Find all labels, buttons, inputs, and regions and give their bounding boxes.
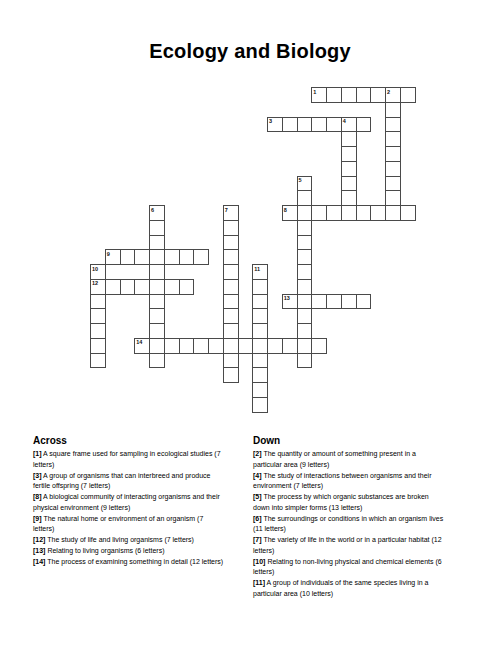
clue-13: [13] Relating to living organisms (6 let…	[33, 546, 225, 557]
grid-cell-r17c10[interactable]	[238, 338, 254, 354]
puzzle-title: Ecology and Biology	[0, 40, 500, 63]
grid-cell-r18c9[interactable]	[223, 353, 239, 369]
grid-cell-r0c21[interactable]	[400, 87, 416, 103]
grid-cell-r12c9[interactable]	[223, 264, 239, 280]
across-column: Across [1] A square frame used for sampl…	[33, 435, 225, 567]
clue-11: [11] A group of individuals of the same …	[253, 578, 445, 600]
grid-cell-r8c20[interactable]	[385, 205, 401, 221]
grid-cell-r0c17[interactable]	[341, 87, 357, 103]
grid-cell-r16c0[interactable]	[90, 323, 106, 339]
cell-number-14: 14	[136, 339, 142, 345]
crossword-page: Ecology and Biology 1234567891011121314 …	[0, 0, 500, 647]
grid-cell-r6c20[interactable]	[385, 176, 401, 192]
grid-cell-r18c11[interactable]	[252, 353, 268, 369]
grid-cell-r14c18[interactable]	[356, 294, 372, 310]
grid-cell-r16c4[interactable]	[149, 323, 165, 339]
clue-8: [8] A biological community of interactin…	[33, 492, 225, 514]
grid-cell-r8c14[interactable]	[297, 205, 313, 221]
cell-number-4: 4	[343, 118, 346, 124]
grid-cell-r17c13[interactable]	[282, 338, 298, 354]
grid-cell-r16c11[interactable]	[252, 323, 268, 339]
grid-cell-r4c20[interactable]	[385, 146, 401, 162]
grid-cell-r10c4[interactable]	[149, 235, 165, 251]
grid-cell-r11c3[interactable]	[134, 249, 150, 265]
clue-12: [12] The study of life and living organi…	[33, 535, 225, 546]
grid-cell-r17c11[interactable]	[252, 338, 268, 354]
clue-1: [1] A square frame used for sampling in …	[33, 449, 225, 471]
grid-cell-r19c9[interactable]	[223, 367, 239, 383]
grid-cell-r11c9[interactable]	[223, 249, 239, 265]
grid-cell-r15c4[interactable]	[149, 308, 165, 324]
cell-number-9: 9	[107, 251, 110, 257]
grid-cell-r15c14[interactable]	[297, 308, 313, 324]
grid-cell-r11c14[interactable]	[297, 249, 313, 265]
grid-cell-r2c13[interactable]	[282, 117, 298, 133]
grid-cell-r9c14[interactable]	[297, 220, 313, 236]
grid-cell-r9c4[interactable]	[149, 220, 165, 236]
grid-cell-r11c7[interactable]	[193, 249, 209, 265]
cell-number-2: 2	[387, 89, 390, 95]
grid-cell-r8c15[interactable]	[311, 205, 327, 221]
grid-cell-r0c15[interactable]: 1	[311, 87, 327, 103]
down-clue-list: [2] The quantity or amount of something …	[253, 449, 445, 600]
grid-cell-r18c0[interactable]	[90, 353, 106, 369]
grid-cell-r16c9[interactable]	[223, 323, 239, 339]
grid-cell-r12c0[interactable]: 10	[90, 264, 106, 280]
clue-14: [14] The process of examining something …	[33, 557, 225, 568]
grid-cell-r3c17[interactable]	[341, 131, 357, 147]
clue-7: [7] The variety of life in the world or …	[253, 535, 445, 557]
grid-cell-r11c5[interactable]	[164, 249, 180, 265]
clue-6: [6] The surroundings or conditions in wh…	[253, 514, 445, 536]
clue-5: [5] The process by which organic substan…	[253, 492, 445, 514]
grid-cell-r3c20[interactable]	[385, 131, 401, 147]
grid-cell-r13c6[interactable]	[179, 279, 195, 295]
grid-cell-r6c17[interactable]	[341, 176, 357, 192]
cell-number-1: 1	[313, 89, 316, 95]
grid-cell-r18c14[interactable]	[297, 353, 313, 369]
grid-cell-r14c14[interactable]	[297, 294, 313, 310]
cell-number-3: 3	[269, 118, 272, 124]
grid-cell-r0c19[interactable]	[370, 87, 386, 103]
grid-cell-r11c6[interactable]	[179, 249, 195, 265]
grid-cell-r5c20[interactable]	[385, 161, 401, 177]
clue-4: [4] The study of interactions between or…	[253, 471, 445, 493]
grid-cell-r4c17[interactable]	[341, 146, 357, 162]
grid-cell-r20c11[interactable]	[252, 382, 268, 398]
grid-cell-r0c18[interactable]	[356, 87, 372, 103]
grid-cell-r13c5[interactable]	[164, 279, 180, 295]
grid-cell-r2c17[interactable]: 4	[341, 117, 357, 133]
grid-cell-r10c9[interactable]	[223, 235, 239, 251]
clue-3: [3] A group of organisms that can interb…	[33, 471, 225, 493]
clue-9: [9] The natural home or environment of a…	[33, 514, 225, 536]
grid-cell-r12c4[interactable]	[149, 264, 165, 280]
grid-cell-r17c4[interactable]	[149, 338, 165, 354]
grid-cell-r8c18[interactable]	[356, 205, 372, 221]
grid-cell-r21c11[interactable]	[252, 397, 268, 413]
grid-cell-r7c17[interactable]	[341, 190, 357, 206]
grid-cell-r12c14[interactable]	[297, 264, 313, 280]
grid-cell-r7c20[interactable]	[385, 190, 401, 206]
grid-cell-r11c2[interactable]	[120, 249, 136, 265]
grid-cell-r6c14[interactable]: 5	[297, 176, 313, 192]
grid-cell-r17c15[interactable]	[311, 338, 327, 354]
grid-cell-r17c7[interactable]	[193, 338, 209, 354]
grid-cell-r14c0[interactable]	[90, 294, 106, 310]
cell-number-6: 6	[151, 207, 154, 213]
grid-cell-r2c15[interactable]	[311, 117, 327, 133]
clue-2: [2] The quantity or amount of something …	[253, 449, 445, 471]
grid-cell-r12c11[interactable]: 11	[252, 264, 268, 280]
grid-cell-r11c4[interactable]	[149, 249, 165, 265]
across-clue-list: [1] A square frame used for sampling in …	[33, 449, 225, 567]
crossword-grid: 1234567891011121314	[90, 87, 416, 413]
grid-cell-r15c0[interactable]	[90, 308, 106, 324]
grid-cell-r8c19[interactable]	[370, 205, 386, 221]
grid-cell-r14c16[interactable]	[326, 294, 342, 310]
grid-cell-r17c14[interactable]	[297, 338, 313, 354]
grid-cell-r14c9[interactable]	[223, 294, 239, 310]
grid-cell-r2c16[interactable]	[326, 117, 342, 133]
grid-cell-r5c17[interactable]	[341, 161, 357, 177]
grid-cell-r13c4[interactable]	[149, 279, 165, 295]
grid-cell-r14c11[interactable]	[252, 294, 268, 310]
cell-number-8: 8	[284, 207, 287, 213]
grid-cell-r19c11[interactable]	[252, 367, 268, 383]
grid-cell-r14c15[interactable]	[311, 294, 327, 310]
grid-cell-r16c14[interactable]	[297, 323, 313, 339]
grid-cell-r8c13[interactable]: 8	[282, 205, 298, 221]
grid-cell-r8c21[interactable]	[400, 205, 416, 221]
grid-cell-r14c13[interactable]: 13	[282, 294, 298, 310]
clue-10: [10] Relating to non-living physical and…	[253, 557, 445, 579]
grid-cell-r13c11[interactable]	[252, 279, 268, 295]
grid-cell-r15c11[interactable]	[252, 308, 268, 324]
grid-cell-r13c0[interactable]: 12	[90, 279, 106, 295]
grid-cell-r17c8[interactable]	[208, 338, 224, 354]
grid-cell-r13c2[interactable]	[120, 279, 136, 295]
grid-cell-r13c3[interactable]	[134, 279, 150, 295]
cell-number-13: 13	[284, 295, 290, 301]
grid-cell-r17c6[interactable]	[179, 338, 195, 354]
grid-cell-r17c5[interactable]	[164, 338, 180, 354]
grid-cell-r8c4[interactable]: 6	[149, 205, 165, 221]
grid-cell-r13c1[interactable]	[105, 279, 121, 295]
grid-cell-r14c4[interactable]	[149, 294, 165, 310]
grid-cell-r9c9[interactable]	[223, 220, 239, 236]
grid-cell-r1c20[interactable]	[385, 102, 401, 118]
grid-cell-r18c4[interactable]	[149, 353, 165, 369]
cell-number-7: 7	[225, 207, 228, 213]
across-heading: Across	[33, 435, 225, 447]
down-column: Down [2] The quantity or amount of somet…	[253, 435, 445, 600]
grid-cell-r8c16[interactable]	[326, 205, 342, 221]
grid-cell-r14c17[interactable]	[341, 294, 357, 310]
cell-number-5: 5	[299, 177, 302, 183]
grid-cell-r17c9[interactable]	[223, 338, 239, 354]
grid-cell-r7c14[interactable]	[297, 190, 313, 206]
grid-cell-r2c14[interactable]	[297, 117, 313, 133]
grid-cell-r2c12[interactable]: 3	[267, 117, 283, 133]
grid-cell-r17c12[interactable]	[267, 338, 283, 354]
cell-number-11: 11	[254, 266, 260, 272]
down-heading: Down	[253, 435, 445, 447]
grid-cell-r17c0[interactable]	[90, 338, 106, 354]
grid-cell-r0c20[interactable]: 2	[385, 87, 401, 103]
grid-cell-r8c9[interactable]: 7	[223, 205, 239, 221]
cell-number-10: 10	[92, 266, 98, 272]
grid-cell-r2c20[interactable]	[385, 117, 401, 133]
grid-cell-r10c14[interactable]	[297, 235, 313, 251]
grid-cell-r8c17[interactable]	[341, 205, 357, 221]
grid-cell-r2c18[interactable]	[356, 117, 372, 133]
grid-cell-r13c14[interactable]	[297, 279, 313, 295]
grid-cell-r17c3[interactable]: 14	[134, 338, 150, 354]
grid-cell-r15c9[interactable]	[223, 308, 239, 324]
grid-cell-r0c16[interactable]	[326, 87, 342, 103]
grid-cell-r11c1[interactable]: 9	[105, 249, 121, 265]
cell-number-12: 12	[92, 280, 98, 286]
grid-cell-r13c9[interactable]	[223, 279, 239, 295]
